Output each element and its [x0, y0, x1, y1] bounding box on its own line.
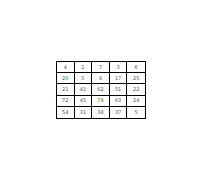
grid-cell: 41	[75, 84, 93, 95]
grid-cell: 6	[127, 62, 145, 73]
grid-cell: 24	[127, 96, 145, 107]
bingo-board: 4173620581725214162512272457863245431383…	[56, 61, 146, 119]
grid-cell: 78	[92, 96, 110, 107]
grid-cell: 25	[127, 73, 145, 84]
grid-cell: 5	[127, 107, 145, 118]
grid-cell: 5	[75, 73, 93, 84]
grid-cell: 8	[92, 73, 110, 84]
grid-cell: 37	[110, 107, 128, 118]
grid-cell: 21	[57, 84, 75, 95]
grid-cell: 4	[57, 62, 75, 73]
grid-cell: 3	[110, 62, 128, 73]
grid-cell: 20	[57, 73, 75, 84]
grid-cell: 45	[75, 96, 93, 107]
grid-cell: 7	[92, 62, 110, 73]
grid-cell: 38	[92, 107, 110, 118]
grid-cell: 1	[75, 62, 93, 73]
page-canvas: 4173620581725214162512272457863245431383…	[0, 0, 200, 178]
grid-cell: 72	[57, 96, 75, 107]
grid-cell: 62	[92, 84, 110, 95]
grid-cell: 17	[110, 73, 128, 84]
grid-cell: 51	[110, 84, 128, 95]
grid-cell: 22	[127, 84, 145, 95]
grid-cell: 54	[57, 107, 75, 118]
grid-cell: 63	[110, 96, 128, 107]
grid-cell: 31	[75, 107, 93, 118]
